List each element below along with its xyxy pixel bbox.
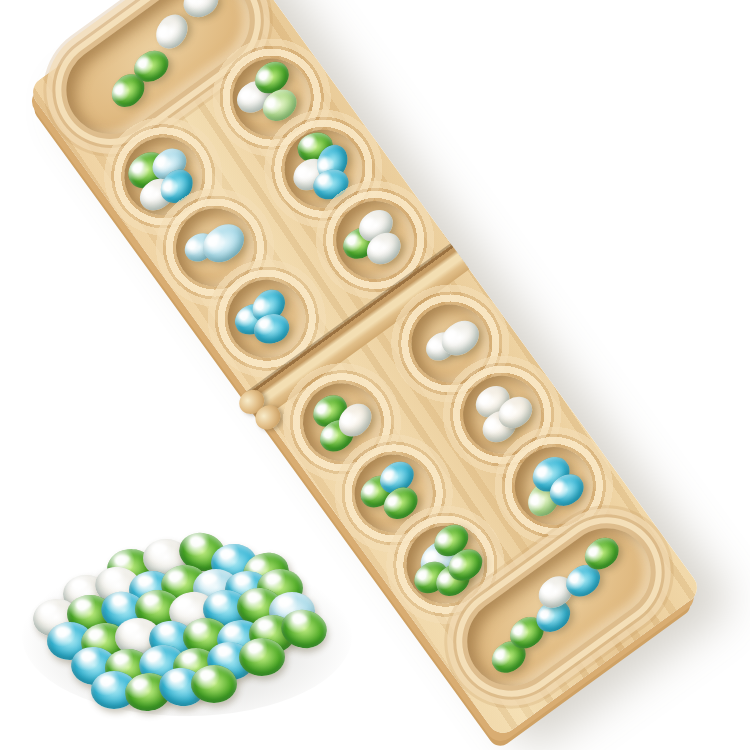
gem-green [239, 638, 285, 676]
loose-gem-pile [0, 0, 750, 750]
gem-green [191, 665, 237, 703]
product-photo-scene [0, 0, 750, 750]
